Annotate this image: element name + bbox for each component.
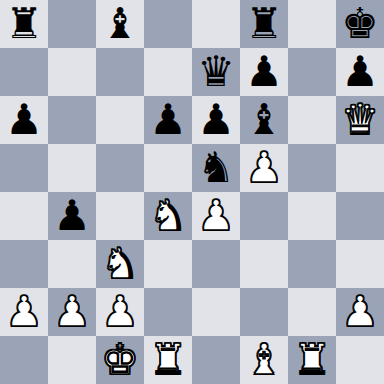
white-queen-h6[interactable]: ♛	[341, 96, 379, 144]
square-f1[interactable]: ♝	[240, 336, 288, 384]
square-b2[interactable]: ♟	[48, 288, 96, 336]
square-c2[interactable]: ♟	[96, 288, 144, 336]
black-knight-e5[interactable]: ♞	[197, 144, 235, 192]
square-h6[interactable]: ♛	[336, 96, 384, 144]
square-d6[interactable]: ♟	[144, 96, 192, 144]
square-e1[interactable]	[192, 336, 240, 384]
square-g4[interactable]	[288, 192, 336, 240]
square-g2[interactable]	[288, 288, 336, 336]
square-a3[interactable]	[0, 240, 48, 288]
square-e7[interactable]: ♛	[192, 48, 240, 96]
square-a5[interactable]	[0, 144, 48, 192]
square-b6[interactable]	[48, 96, 96, 144]
square-a7[interactable]	[0, 48, 48, 96]
square-b5[interactable]	[48, 144, 96, 192]
square-d4[interactable]: ♞	[144, 192, 192, 240]
square-e5[interactable]: ♞	[192, 144, 240, 192]
square-e2[interactable]	[192, 288, 240, 336]
white-king-c1[interactable]: ♚	[101, 336, 139, 384]
square-c7[interactable]	[96, 48, 144, 96]
square-d2[interactable]	[144, 288, 192, 336]
square-e3[interactable]	[192, 240, 240, 288]
black-pawn-d6[interactable]: ♟	[149, 96, 187, 144]
square-h2[interactable]: ♟	[336, 288, 384, 336]
square-b4[interactable]: ♟	[48, 192, 96, 240]
square-b8[interactable]	[48, 0, 96, 48]
square-b7[interactable]	[48, 48, 96, 96]
square-f7[interactable]: ♟	[240, 48, 288, 96]
square-h4[interactable]	[336, 192, 384, 240]
black-queen-e7[interactable]: ♛	[197, 48, 235, 96]
black-bishop-c8[interactable]: ♝	[101, 0, 139, 48]
square-g1[interactable]: ♜	[288, 336, 336, 384]
white-pawn-h2[interactable]: ♟	[341, 288, 379, 336]
white-knight-d4[interactable]: ♞	[149, 192, 187, 240]
square-f6[interactable]: ♝	[240, 96, 288, 144]
square-a2[interactable]: ♟	[0, 288, 48, 336]
white-knight-c3[interactable]: ♞	[101, 240, 139, 288]
square-g7[interactable]	[288, 48, 336, 96]
square-h5[interactable]	[336, 144, 384, 192]
square-g8[interactable]	[288, 0, 336, 48]
chess-board: ♜♝♜♚♛♟♟♟♟♟♝♛♞♟♟♞♟♞♟♟♟♟♚♜♝♜	[0, 0, 384, 384]
black-king-h8[interactable]: ♚	[341, 0, 379, 48]
square-h7[interactable]: ♟	[336, 48, 384, 96]
white-rook-g1[interactable]: ♜	[293, 336, 331, 384]
white-pawn-b2[interactable]: ♟	[53, 288, 91, 336]
square-f2[interactable]	[240, 288, 288, 336]
black-pawn-e6[interactable]: ♟	[197, 96, 235, 144]
black-pawn-h7[interactable]: ♟	[341, 48, 379, 96]
white-rook-d1[interactable]: ♜	[149, 336, 187, 384]
square-a8[interactable]: ♜	[0, 0, 48, 48]
square-e6[interactable]: ♟	[192, 96, 240, 144]
square-c5[interactable]	[96, 144, 144, 192]
white-pawn-c2[interactable]: ♟	[101, 288, 139, 336]
square-g3[interactable]	[288, 240, 336, 288]
square-b1[interactable]	[48, 336, 96, 384]
black-pawn-f7[interactable]: ♟	[245, 48, 283, 96]
square-e4[interactable]: ♟	[192, 192, 240, 240]
square-g6[interactable]	[288, 96, 336, 144]
square-c6[interactable]	[96, 96, 144, 144]
white-bishop-f1[interactable]: ♝	[245, 336, 283, 384]
square-f8[interactable]: ♜	[240, 0, 288, 48]
black-rook-a8[interactable]: ♜	[5, 0, 43, 48]
square-c3[interactable]: ♞	[96, 240, 144, 288]
square-e8[interactable]	[192, 0, 240, 48]
square-c1[interactable]: ♚	[96, 336, 144, 384]
white-pawn-e4[interactable]: ♟	[197, 192, 235, 240]
square-f4[interactable]	[240, 192, 288, 240]
black-pawn-b4[interactable]: ♟	[53, 192, 91, 240]
square-d3[interactable]	[144, 240, 192, 288]
square-f5[interactable]: ♟	[240, 144, 288, 192]
black-rook-f8[interactable]: ♜	[245, 0, 283, 48]
square-h8[interactable]: ♚	[336, 0, 384, 48]
square-a1[interactable]	[0, 336, 48, 384]
black-bishop-f6[interactable]: ♝	[245, 96, 283, 144]
square-g5[interactable]	[288, 144, 336, 192]
square-c8[interactable]: ♝	[96, 0, 144, 48]
square-d7[interactable]	[144, 48, 192, 96]
square-b3[interactable]	[48, 240, 96, 288]
square-a6[interactable]: ♟	[0, 96, 48, 144]
square-a4[interactable]	[0, 192, 48, 240]
square-d8[interactable]	[144, 0, 192, 48]
square-f3[interactable]	[240, 240, 288, 288]
white-pawn-f5[interactable]: ♟	[245, 144, 283, 192]
square-c4[interactable]	[96, 192, 144, 240]
black-pawn-a6[interactable]: ♟	[5, 96, 43, 144]
square-d5[interactable]	[144, 144, 192, 192]
square-h1[interactable]	[336, 336, 384, 384]
white-pawn-a2[interactable]: ♟	[5, 288, 43, 336]
square-d1[interactable]: ♜	[144, 336, 192, 384]
square-h3[interactable]	[336, 240, 384, 288]
